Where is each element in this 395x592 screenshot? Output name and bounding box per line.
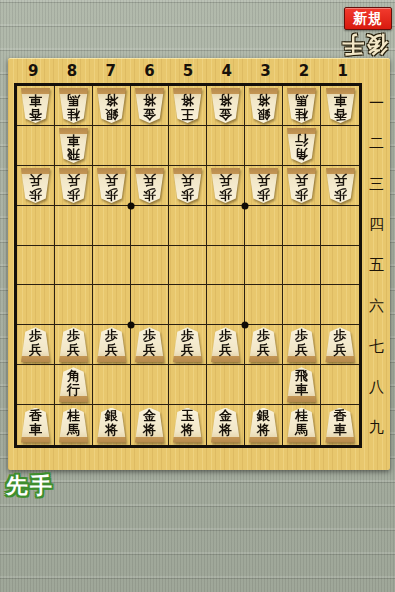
- piece-wrap: 桂馬: [58, 88, 89, 123]
- piece-kanji: 桂: [67, 107, 80, 121]
- piece-kanji: 将: [143, 423, 156, 437]
- piece-sente-pawn-67[interactable]: 歩兵: [134, 327, 165, 362]
- piece-gote-silver-71[interactable]: 銀将: [96, 88, 127, 123]
- piece-kanji: 兵: [181, 173, 194, 187]
- rank-label-8: 八: [363, 367, 390, 408]
- piece-kanji: 行: [295, 133, 308, 147]
- piece-wrap: 金将: [134, 88, 165, 123]
- rank-label-3: 三: [363, 164, 390, 205]
- piece-wrap: 香車: [325, 408, 356, 443]
- square-39[interactable]: 銀将: [245, 405, 283, 445]
- piece-kanji: 香: [29, 409, 42, 423]
- square-62[interactable]: [131, 126, 169, 166]
- piece-kanji: 車: [295, 383, 308, 397]
- piece-kanji: 車: [67, 133, 80, 147]
- piece-kanji: 車: [334, 423, 347, 437]
- piece-sente-lance-99[interactable]: 香車: [20, 408, 51, 443]
- piece-kanji: 兵: [295, 173, 308, 187]
- file-labels: 987654321: [14, 60, 362, 81]
- piece-wrap: 銀将: [248, 88, 279, 123]
- piece-kanji: 銀: [105, 107, 118, 121]
- square-66[interactable]: [131, 285, 169, 325]
- piece-kanji: 行: [67, 383, 80, 397]
- piece-kanji: 兵: [219, 173, 232, 187]
- square-35[interactable]: [245, 246, 283, 286]
- piece-wrap: 桂馬: [286, 408, 317, 443]
- piece-kanji: 歩: [105, 187, 118, 201]
- piece-kanji: 将: [181, 93, 194, 107]
- square-98[interactable]: [17, 365, 55, 405]
- piece-kanji: 銀: [257, 107, 270, 121]
- piece-kanji: 桂: [295, 409, 308, 423]
- piece-gote-pawn-73[interactable]: 歩兵: [96, 168, 127, 203]
- piece-kanji: 歩: [67, 187, 80, 201]
- piece-wrap: 桂馬: [286, 88, 317, 123]
- piece-sente-pawn-87[interactable]: 歩兵: [58, 327, 89, 362]
- piece-kanji: 兵: [295, 343, 308, 357]
- piece-wrap: 歩兵: [248, 168, 279, 203]
- piece-sente-pawn-37[interactable]: 歩兵: [248, 327, 279, 362]
- piece-kanji: 歩: [334, 187, 347, 201]
- square-22[interactable]: 角行: [283, 126, 321, 166]
- square-36[interactable]: [245, 285, 283, 325]
- piece-wrap: 銀将: [96, 88, 127, 123]
- shogi-grid: 香車桂馬銀将金将王将金将銀将桂馬香車飛車角行歩兵歩兵歩兵歩兵歩兵歩兵歩兵歩兵歩兵…: [14, 83, 362, 448]
- piece-wrap: 銀将: [248, 408, 279, 443]
- piece-wrap: 歩兵: [134, 327, 165, 362]
- square-53[interactable]: 歩兵: [169, 166, 207, 206]
- file-label-2: 2: [285, 60, 324, 81]
- square-95[interactable]: [17, 246, 55, 286]
- piece-kanji: 将: [143, 93, 156, 107]
- piece-kanji: 兵: [334, 173, 347, 187]
- square-41[interactable]: 金将: [207, 86, 245, 126]
- piece-gote-rook-82[interactable]: 飛車: [58, 128, 89, 163]
- square-26[interactable]: [283, 285, 321, 325]
- square-34[interactable]: [245, 206, 283, 246]
- file-label-8: 8: [53, 60, 92, 81]
- piece-kanji: 金: [143, 409, 156, 423]
- piece-kanji: 馬: [67, 423, 80, 437]
- piece-kanji: 兵: [334, 343, 347, 357]
- piece-kanji: 歩: [181, 187, 194, 201]
- piece-wrap: 金将: [210, 88, 241, 123]
- piece-kanji: 兵: [67, 343, 80, 357]
- square-68[interactable]: [131, 365, 169, 405]
- piece-kanji: 香: [334, 409, 347, 423]
- piece-gote-king-51[interactable]: 王将: [172, 88, 203, 123]
- piece-wrap: 歩兵: [58, 168, 89, 203]
- square-93[interactable]: 歩兵: [17, 166, 55, 206]
- piece-gote-knight-21[interactable]: 桂馬: [286, 88, 317, 123]
- piece-kanji: 王: [181, 107, 194, 121]
- rank-label-6: 六: [363, 286, 390, 327]
- piece-gote-pawn-63[interactable]: 歩兵: [134, 168, 165, 203]
- piece-sente-bishop-88[interactable]: 角行: [58, 367, 89, 402]
- square-17[interactable]: 歩兵: [321, 325, 359, 365]
- file-label-7: 7: [91, 60, 130, 81]
- piece-kanji: 銀: [257, 409, 270, 423]
- piece-sente-pawn-77[interactable]: 歩兵: [96, 327, 127, 362]
- piece-kanji: 車: [29, 93, 42, 107]
- square-15[interactable]: [321, 246, 359, 286]
- rank-label-5: 五: [363, 245, 390, 286]
- square-76[interactable]: [93, 285, 131, 325]
- piece-kanji: 将: [219, 93, 232, 107]
- star-point: [242, 202, 249, 209]
- piece-sente-king-59[interactable]: 玉将: [172, 408, 203, 443]
- piece-kanji: 歩: [257, 187, 270, 201]
- piece-gote-bishop-22[interactable]: 角行: [286, 128, 317, 163]
- piece-wrap: 歩兵: [286, 327, 317, 362]
- square-75[interactable]: [93, 246, 131, 286]
- gote-player-label: 後手: [335, 30, 393, 58]
- piece-kanji: 将: [219, 423, 232, 437]
- piece-wrap: 歩兵: [20, 168, 51, 203]
- piece-kanji: 車: [29, 423, 42, 437]
- piece-wrap: 桂馬: [58, 408, 89, 443]
- square-54[interactable]: [169, 206, 207, 246]
- square-19[interactable]: 香車: [321, 405, 359, 445]
- piece-wrap: 玉将: [172, 408, 203, 443]
- piece-sente-gold-49[interactable]: 金将: [210, 408, 241, 443]
- piece-wrap: 香車: [20, 408, 51, 443]
- square-59[interactable]: 玉将: [169, 405, 207, 445]
- square-29[interactable]: 桂馬: [283, 405, 321, 445]
- file-label-1: 1: [323, 60, 362, 81]
- piece-kanji: 馬: [295, 93, 308, 107]
- piece-sente-pawn-47[interactable]: 歩兵: [210, 327, 241, 362]
- square-14[interactable]: [321, 206, 359, 246]
- piece-kanji: 兵: [257, 343, 270, 357]
- star-point: [127, 202, 134, 209]
- square-96[interactable]: [17, 285, 55, 325]
- square-88[interactable]: 角行: [55, 365, 93, 405]
- piece-wrap: 角行: [286, 128, 317, 163]
- piece-gote-knight-81[interactable]: 桂馬: [58, 88, 89, 123]
- piece-sente-knight-89[interactable]: 桂馬: [58, 408, 89, 443]
- square-12[interactable]: [321, 126, 359, 166]
- piece-kanji: 飛: [67, 147, 80, 161]
- piece-wrap: 歩兵: [248, 327, 279, 362]
- piece-gote-pawn-53[interactable]: 歩兵: [172, 168, 203, 203]
- piece-kanji: 兵: [257, 173, 270, 187]
- piece-kanji: 銀: [105, 409, 118, 423]
- piece-sente-gold-69[interactable]: 金将: [134, 408, 165, 443]
- piece-wrap: 歩兵: [134, 168, 165, 203]
- square-52[interactable]: [169, 126, 207, 166]
- piece-kanji: 桂: [295, 107, 308, 121]
- square-24[interactable]: [283, 206, 321, 246]
- piece-kanji: 兵: [29, 343, 42, 357]
- piece-wrap: 歩兵: [210, 168, 241, 203]
- piece-kanji: 角: [67, 369, 80, 383]
- square-84[interactable]: [55, 206, 93, 246]
- piece-kanji: 兵: [29, 173, 42, 187]
- new-game-button[interactable]: 新規: [344, 7, 392, 30]
- rank-labels: 一二三四五六七八九: [363, 83, 390, 448]
- square-47[interactable]: 歩兵: [207, 325, 245, 365]
- square-32[interactable]: [245, 126, 283, 166]
- piece-gote-pawn-13[interactable]: 歩兵: [325, 168, 356, 203]
- piece-gote-silver-31[interactable]: 銀将: [248, 88, 279, 123]
- piece-kanji: 玉: [181, 409, 194, 423]
- rank-label-9: 九: [363, 408, 390, 449]
- piece-wrap: 歩兵: [20, 327, 51, 362]
- piece-kanji: 馬: [67, 93, 80, 107]
- piece-kanji: 車: [334, 93, 347, 107]
- piece-sente-knight-29[interactable]: 桂馬: [286, 408, 317, 443]
- piece-kanji: 金: [219, 409, 232, 423]
- file-label-3: 3: [246, 60, 285, 81]
- square-37[interactable]: 歩兵: [245, 325, 283, 365]
- piece-wrap: 歩兵: [172, 168, 203, 203]
- piece-wrap: 歩兵: [286, 168, 317, 203]
- file-label-5: 5: [169, 60, 208, 81]
- piece-wrap: 角行: [58, 367, 89, 402]
- piece-gote-gold-41[interactable]: 金将: [210, 88, 241, 123]
- piece-kanji: 歩: [257, 329, 270, 343]
- piece-wrap: 銀将: [96, 408, 127, 443]
- piece-kanji: 歩: [295, 329, 308, 343]
- piece-gote-pawn-93[interactable]: 歩兵: [20, 168, 51, 203]
- square-25[interactable]: [283, 246, 321, 286]
- piece-kanji: 兵: [143, 343, 156, 357]
- piece-kanji: 歩: [219, 329, 232, 343]
- square-13[interactable]: 歩兵: [321, 166, 359, 206]
- piece-gote-pawn-23[interactable]: 歩兵: [286, 168, 317, 203]
- square-55[interactable]: [169, 246, 207, 286]
- piece-wrap: 歩兵: [325, 327, 356, 362]
- piece-sente-pawn-27[interactable]: 歩兵: [286, 327, 317, 362]
- piece-kanji: 歩: [143, 187, 156, 201]
- piece-kanji: 香: [29, 107, 42, 121]
- square-49[interactable]: 金将: [207, 405, 245, 445]
- piece-kanji: 兵: [105, 173, 118, 187]
- square-43[interactable]: 歩兵: [207, 166, 245, 206]
- piece-kanji: 桂: [67, 409, 80, 423]
- piece-sente-pawn-97[interactable]: 歩兵: [20, 327, 51, 362]
- square-16[interactable]: [321, 285, 359, 325]
- piece-gote-lance-91[interactable]: 香車: [20, 88, 51, 123]
- square-33[interactable]: 歩兵: [245, 166, 283, 206]
- piece-gote-pawn-43[interactable]: 歩兵: [210, 168, 241, 203]
- piece-gote-lance-11[interactable]: 香車: [325, 88, 356, 123]
- square-65[interactable]: [131, 246, 169, 286]
- piece-sente-rook-28[interactable]: 飛車: [286, 367, 317, 402]
- piece-kanji: 兵: [219, 343, 232, 357]
- square-97[interactable]: 歩兵: [17, 325, 55, 365]
- piece-gote-pawn-33[interactable]: 歩兵: [248, 168, 279, 203]
- piece-wrap: 歩兵: [325, 168, 356, 203]
- piece-kanji: 金: [143, 107, 156, 121]
- piece-kanji: 馬: [295, 423, 308, 437]
- piece-wrap: 歩兵: [96, 327, 127, 362]
- piece-kanji: 金: [219, 107, 232, 121]
- piece-wrap: 歩兵: [58, 327, 89, 362]
- square-67[interactable]: 歩兵: [131, 325, 169, 365]
- square-18[interactable]: [321, 365, 359, 405]
- piece-sente-silver-39[interactable]: 銀将: [248, 408, 279, 443]
- piece-wrap: 歩兵: [172, 327, 203, 362]
- square-82[interactable]: 飛車: [55, 126, 93, 166]
- piece-kanji: 将: [181, 423, 194, 437]
- square-27[interactable]: 歩兵: [283, 325, 321, 365]
- piece-kanji: 将: [105, 93, 118, 107]
- sente-player-label: 先手: [6, 471, 54, 501]
- square-85[interactable]: [55, 246, 93, 286]
- piece-kanji: 歩: [219, 187, 232, 201]
- piece-wrap: 飛車: [286, 367, 317, 402]
- square-45[interactable]: [207, 246, 245, 286]
- square-94[interactable]: [17, 206, 55, 246]
- square-28[interactable]: 飛車: [283, 365, 321, 405]
- square-38[interactable]: [245, 365, 283, 405]
- square-72[interactable]: [93, 126, 131, 166]
- square-61[interactable]: 金将: [131, 86, 169, 126]
- piece-kanji: 兵: [143, 173, 156, 187]
- square-46[interactable]: [207, 285, 245, 325]
- square-11[interactable]: 香車: [321, 86, 359, 126]
- rank-label-7: 七: [363, 326, 390, 367]
- piece-wrap: 王将: [172, 88, 203, 123]
- file-label-6: 6: [130, 60, 169, 81]
- square-99[interactable]: 香車: [17, 405, 55, 445]
- square-73[interactable]: 歩兵: [93, 166, 131, 206]
- piece-kanji: 兵: [67, 173, 80, 187]
- piece-wrap: 歩兵: [96, 168, 127, 203]
- piece-kanji: 将: [257, 423, 270, 437]
- square-31[interactable]: 銀将: [245, 86, 283, 126]
- piece-kanji: 歩: [181, 329, 194, 343]
- piece-wrap: 香車: [20, 88, 51, 123]
- file-label-4: 4: [207, 60, 246, 81]
- piece-wrap: 金将: [210, 408, 241, 443]
- rank-label-1: 一: [363, 83, 390, 124]
- piece-sente-silver-79[interactable]: 銀将: [96, 408, 127, 443]
- square-91[interactable]: 香車: [17, 86, 55, 126]
- piece-kanji: 歩: [29, 329, 42, 343]
- piece-kanji: 将: [257, 93, 270, 107]
- rank-label-2: 二: [363, 124, 390, 165]
- piece-kanji: 香: [334, 107, 347, 121]
- rank-label-4: 四: [363, 205, 390, 246]
- square-42[interactable]: [207, 126, 245, 166]
- piece-kanji: 歩: [295, 187, 308, 201]
- piece-wrap: 金将: [134, 408, 165, 443]
- square-83[interactable]: 歩兵: [55, 166, 93, 206]
- square-23[interactable]: 歩兵: [283, 166, 321, 206]
- file-label-9: 9: [14, 60, 53, 81]
- square-64[interactable]: [131, 206, 169, 246]
- square-89[interactable]: 桂馬: [55, 405, 93, 445]
- piece-sente-lance-19[interactable]: 香車: [325, 408, 356, 443]
- piece-kanji: 飛: [295, 369, 308, 383]
- square-86[interactable]: [55, 285, 93, 325]
- piece-kanji: 角: [295, 147, 308, 161]
- square-77[interactable]: 歩兵: [93, 325, 131, 365]
- piece-kanji: 歩: [67, 329, 80, 343]
- piece-sente-pawn-17[interactable]: 歩兵: [325, 327, 356, 362]
- square-78[interactable]: [93, 365, 131, 405]
- square-21[interactable]: 桂馬: [283, 86, 321, 126]
- piece-kanji: 将: [105, 423, 118, 437]
- piece-sente-pawn-57[interactable]: 歩兵: [172, 327, 203, 362]
- square-81[interactable]: 桂馬: [55, 86, 93, 126]
- piece-gote-pawn-83[interactable]: 歩兵: [58, 168, 89, 203]
- shogi-board: 987654321 一二三四五六七八九 香車桂馬銀将金将王将金将銀将桂馬香車飛車…: [8, 58, 390, 470]
- square-44[interactable]: [207, 206, 245, 246]
- square-79[interactable]: 銀将: [93, 405, 131, 445]
- square-74[interactable]: [93, 206, 131, 246]
- square-48[interactable]: [207, 365, 245, 405]
- piece-wrap: 歩兵: [210, 327, 241, 362]
- piece-wrap: 香車: [325, 88, 356, 123]
- piece-wrap: 飛車: [58, 128, 89, 163]
- piece-kanji: 歩: [105, 329, 118, 343]
- square-63[interactable]: 歩兵: [131, 166, 169, 206]
- square-51[interactable]: 王将: [169, 86, 207, 126]
- piece-kanji: 歩: [143, 329, 156, 343]
- square-58[interactable]: [169, 365, 207, 405]
- square-92[interactable]: [17, 126, 55, 166]
- square-69[interactable]: 金将: [131, 405, 169, 445]
- square-71[interactable]: 銀将: [93, 86, 131, 126]
- square-57[interactable]: 歩兵: [169, 325, 207, 365]
- piece-kanji: 兵: [105, 343, 118, 357]
- square-56[interactable]: [169, 285, 207, 325]
- piece-kanji: 兵: [181, 343, 194, 357]
- piece-kanji: 歩: [29, 187, 42, 201]
- square-87[interactable]: 歩兵: [55, 325, 93, 365]
- piece-kanji: 歩: [334, 329, 347, 343]
- piece-gote-gold-61[interactable]: 金将: [134, 88, 165, 123]
